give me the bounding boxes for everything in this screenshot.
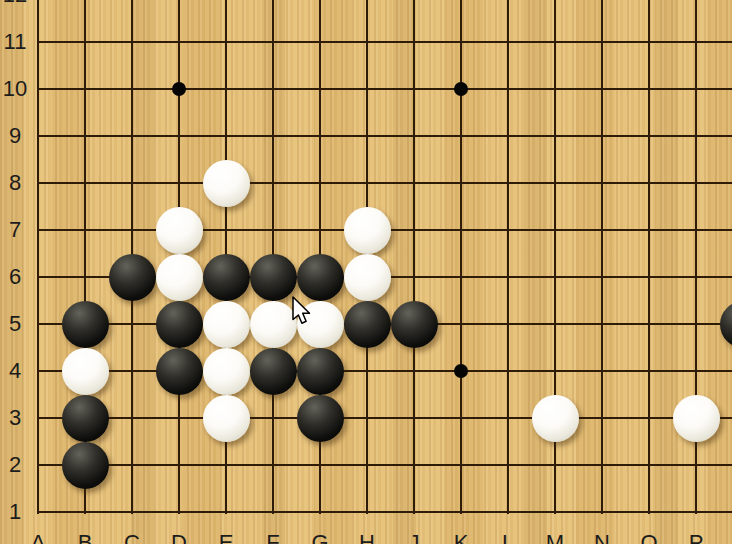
- stone-black-B5: [62, 301, 109, 348]
- stone-black-Q5: [720, 301, 732, 348]
- stone-black-G4: [297, 348, 344, 395]
- grid-line-vertical-J: [413, 0, 415, 514]
- col-label-P: P: [681, 530, 711, 544]
- stone-white-E4: [203, 348, 250, 395]
- row-label-12: 12: [0, 0, 30, 8]
- stone-black-F6: [250, 254, 297, 301]
- stone-black-F4: [250, 348, 297, 395]
- col-label-J: J: [399, 530, 429, 544]
- grid-line-vertical-K: [460, 0, 462, 514]
- grid-line-horizontal-9: [37, 135, 732, 137]
- stone-black-E6: [203, 254, 250, 301]
- stone-black-C6: [109, 254, 156, 301]
- row-label-5: 5: [0, 311, 30, 337]
- stone-black-G6: [297, 254, 344, 301]
- grid-line-horizontal-10: [37, 88, 732, 90]
- stone-black-D4: [156, 348, 203, 395]
- col-label-C: C: [117, 530, 147, 544]
- col-label-M: M: [540, 530, 570, 544]
- col-label-L: L: [493, 530, 523, 544]
- col-label-A: A: [23, 530, 53, 544]
- stone-black-G3: [297, 395, 344, 442]
- stone-white-E8: [203, 160, 250, 207]
- stone-white-F5: [250, 301, 297, 348]
- star-point-K4: [454, 364, 468, 378]
- row-label-3: 3: [0, 405, 30, 431]
- grid-line-horizontal-3: [37, 417, 732, 419]
- col-label-O: O: [634, 530, 664, 544]
- stone-white-D6: [156, 254, 203, 301]
- stone-white-D7: [156, 207, 203, 254]
- row-label-2: 2: [0, 452, 30, 478]
- row-label-10: 10: [0, 76, 30, 102]
- row-label-6: 6: [0, 264, 30, 290]
- go-board[interactable]: 123456789101112ABCDEFGHJKLMNOP: [0, 0, 732, 544]
- grid-line-vertical-L: [507, 0, 509, 514]
- row-label-11: 11: [0, 29, 30, 55]
- grid-line-horizontal-2: [37, 464, 732, 466]
- col-label-D: D: [164, 530, 194, 544]
- row-label-4: 4: [0, 358, 30, 384]
- stone-white-M3: [532, 395, 579, 442]
- col-label-G: G: [305, 530, 335, 544]
- row-label-9: 9: [0, 123, 30, 149]
- stone-white-G5: [297, 301, 344, 348]
- grid-line-horizontal-11: [37, 41, 732, 43]
- col-label-F: F: [258, 530, 288, 544]
- stone-black-B2: [62, 442, 109, 489]
- stone-black-H5: [344, 301, 391, 348]
- grid-line-horizontal-1: [37, 511, 732, 514]
- stone-white-P3: [673, 395, 720, 442]
- row-label-1: 1: [0, 499, 30, 525]
- col-label-N: N: [587, 530, 617, 544]
- row-label-7: 7: [0, 217, 30, 243]
- grid-line-vertical-O: [648, 0, 650, 514]
- grid-line-horizontal-4: [37, 370, 732, 372]
- col-label-H: H: [352, 530, 382, 544]
- col-label-K: K: [446, 530, 476, 544]
- stone-white-B4: [62, 348, 109, 395]
- stone-black-J5: [391, 301, 438, 348]
- grid-line-vertical-N: [601, 0, 603, 514]
- stone-black-B3: [62, 395, 109, 442]
- stone-white-H7: [344, 207, 391, 254]
- stone-black-D5: [156, 301, 203, 348]
- grid-line-vertical-A: [37, 0, 39, 514]
- stone-white-H6: [344, 254, 391, 301]
- row-label-8: 8: [0, 170, 30, 196]
- col-label-B: B: [70, 530, 100, 544]
- stone-white-E5: [203, 301, 250, 348]
- col-label-E: E: [211, 530, 241, 544]
- star-point-D10: [172, 82, 186, 96]
- star-point-K10: [454, 82, 468, 96]
- stone-white-E3: [203, 395, 250, 442]
- grid-line-horizontal-8: [37, 182, 732, 184]
